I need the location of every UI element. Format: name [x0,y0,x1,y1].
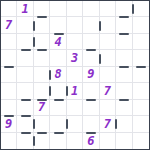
cell-r8c5[interactable] [67,116,83,132]
cell-r3c7[interactable] [100,34,116,50]
cell-r8c1[interactable]: 9 [1,116,17,132]
cell-r5c1[interactable] [1,67,17,83]
cell-r7c6[interactable] [83,100,99,116]
cell-r4c7[interactable] [100,50,116,66]
cell-r4c5[interactable]: 3 [67,50,83,66]
consecutive-marker-horizontal-r7c1 [4,115,14,117]
cell-r6c9[interactable] [133,83,149,99]
cell-r3c8[interactable] [116,34,132,50]
consecutive-marker-horizontal-r6c2 [21,99,31,101]
sudoku-grid: 174389177976 [1,1,149,149]
cell-r6c8[interactable] [116,83,132,99]
cell-r3c6[interactable] [83,34,99,50]
consecutive-marker-horizontal-r4c1 [4,66,14,68]
consecutive-marker-horizontal-r4c9 [136,66,146,68]
cell-r8c9[interactable] [133,116,149,132]
consecutive-marker-horizontal-r4c8 [119,66,129,68]
cell-r1c4[interactable] [50,1,66,17]
cell-r2c4[interactable] [50,17,66,33]
cell-r4c6[interactable] [83,50,99,66]
consecutive-marker-vertical-r3c2 [33,37,35,47]
consecutive-marker-horizontal-r6c8 [119,99,129,101]
cell-r8c3[interactable] [34,116,50,132]
cell-r5c7[interactable] [100,67,116,83]
cell-r1c9[interactable] [133,1,149,17]
cell-r4c3[interactable] [34,50,50,66]
consecutive-marker-horizontal-r8c6 [86,132,96,134]
cell-r5c2[interactable] [17,67,33,83]
cell-r4c2[interactable] [17,50,33,66]
consecutive-marker-vertical-r2c2 [33,21,35,31]
consecutive-marker-horizontal-r6c4 [54,99,64,101]
consecutive-marker-vertical-r4c6 [99,54,101,64]
cell-r3c1[interactable] [1,34,17,50]
cell-r5c8[interactable] [116,67,132,83]
cell-r4c9[interactable] [133,50,149,66]
cell-r2c9[interactable] [133,17,149,33]
cell-r2c1[interactable]: 7 [1,17,17,33]
cell-r5c3[interactable] [34,67,50,83]
cell-r1c8[interactable] [116,1,132,17]
cell-r9c7[interactable] [100,133,116,149]
cell-r6c7[interactable]: 7 [100,83,116,99]
consecutive-marker-vertical-r8c4 [66,119,68,129]
cell-r5c4[interactable]: 8 [50,67,66,83]
cell-r5c9[interactable] [133,67,149,83]
consecutive-marker-vertical-r8c7 [115,119,117,129]
cell-r2c5[interactable] [67,17,83,33]
cell-r6c4[interactable] [50,83,66,99]
cell-r2c2[interactable] [17,17,33,33]
cell-r8c7[interactable]: 7 [100,116,116,132]
cell-r1c3[interactable] [34,1,50,17]
cell-r7c8[interactable] [116,100,132,116]
cell-r1c5[interactable] [67,1,83,17]
consecutive-marker-vertical-r6c4 [66,86,68,96]
consecutive-marker-vertical-r2c6 [99,21,101,31]
cell-r4c4[interactable] [50,50,66,66]
cell-r6c1[interactable] [1,83,17,99]
sudoku-board: 174389177976 [0,0,150,150]
consecutive-marker-horizontal-r2c8 [119,33,129,35]
cell-r1c7[interactable] [100,1,116,17]
consecutive-marker-horizontal-r6c6 [86,99,96,101]
consecutive-marker-vertical-r9c2 [33,136,35,146]
consecutive-marker-horizontal-r8c3 [37,132,47,134]
consecutive-marker-horizontal-r2c4 [54,33,64,35]
cell-r5c5[interactable] [67,67,83,83]
cell-r9c4[interactable] [50,133,66,149]
cell-r9c1[interactable] [1,133,17,149]
consecutive-marker-horizontal-r6c3 [37,99,47,101]
cell-r9c5[interactable] [67,133,83,149]
cell-r8c2[interactable] [17,116,33,132]
cell-r2c6[interactable] [83,17,99,33]
cell-r9c2[interactable] [17,133,33,149]
cell-r2c8[interactable] [116,17,132,33]
cell-r3c2[interactable] [17,34,33,50]
cell-r7c3[interactable]: 7 [34,100,50,116]
consecutive-marker-horizontal-r8c2 [21,132,31,134]
consecutive-marker-horizontal-r8c4 [54,132,64,134]
cell-r7c4[interactable] [50,100,66,116]
cell-r6c3[interactable] [34,83,50,99]
cell-r7c9[interactable] [133,100,149,116]
cell-r1c2[interactable]: 1 [17,1,33,17]
cell-r9c8[interactable] [116,133,132,149]
cell-r1c1[interactable] [1,1,17,17]
cell-r2c7[interactable] [100,17,116,33]
cell-r3c3[interactable] [34,34,50,50]
consecutive-marker-vertical-r1c8 [132,4,134,14]
cell-r7c5[interactable] [67,100,83,116]
cell-r5c6[interactable]: 9 [83,67,99,83]
cell-r3c4[interactable]: 4 [50,34,66,50]
cell-r1c6[interactable] [83,1,99,17]
cell-r4c1[interactable] [1,50,17,66]
cell-r8c8[interactable] [116,116,132,132]
cell-r3c9[interactable] [133,34,149,50]
cell-r4c8[interactable] [116,50,132,66]
cell-r9c9[interactable] [133,133,149,149]
cell-r7c7[interactable] [100,100,116,116]
cell-r7c2[interactable] [17,100,33,116]
cell-r7c1[interactable] [1,100,17,116]
cell-r9c6[interactable]: 6 [83,133,99,149]
cell-r6c2[interactable] [17,83,33,99]
cell-r8c6[interactable] [83,116,99,132]
cell-r6c6[interactable] [83,83,99,99]
consecutive-marker-horizontal-r7c2 [21,115,31,117]
cell-r8c4[interactable] [50,116,66,132]
cell-r6c5[interactable]: 1 [67,83,83,99]
consecutive-marker-vertical-r8c2 [33,119,35,129]
cell-r3c5[interactable] [67,34,83,50]
cell-r2c3[interactable] [34,17,50,33]
cell-r9c3[interactable] [34,133,50,149]
